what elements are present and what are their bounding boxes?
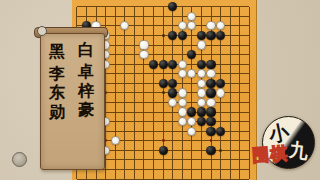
white-player-column: 白卓梓豪: [77, 40, 95, 119]
player-color-label: 白: [78, 40, 94, 59]
black-stone: [206, 31, 215, 40]
white-stone: [111, 136, 120, 145]
scroll-curl-icon: [12, 152, 27, 167]
white-stone: [178, 60, 187, 69]
player-name-char: 东: [49, 83, 65, 102]
white-stone: [187, 69, 196, 78]
black-stone: [216, 127, 225, 136]
black-stone: [206, 79, 215, 88]
logo-char-on-black: 九: [288, 137, 310, 165]
red-dot-marker: [162, 139, 165, 142]
black-stone: [197, 117, 206, 126]
player-name-char: 卓: [78, 62, 94, 81]
black-stone: [197, 107, 206, 116]
white-stone: [178, 21, 187, 30]
white-stone: [120, 21, 129, 30]
white-stone: [216, 88, 225, 97]
black-stone: [187, 50, 196, 59]
white-stone: [216, 21, 225, 30]
white-stone: [206, 69, 215, 78]
black-stone: [178, 31, 187, 40]
white-stone: [178, 98, 187, 107]
player-color-label: 黑: [49, 42, 65, 61]
black-stone: [206, 88, 215, 97]
player-name-char: 梓: [78, 81, 94, 100]
black-stone: [206, 127, 215, 136]
white-stone: [187, 127, 196, 136]
black-player-column: 黑李东勋: [48, 42, 66, 121]
white-stone: [187, 117, 196, 126]
black-stone: [168, 79, 177, 88]
grid-line-vertical: [191, 7, 192, 179]
white-stone: [197, 69, 206, 78]
black-stone: [168, 31, 177, 40]
white-stone: [139, 50, 148, 59]
white-stone: [178, 69, 187, 78]
black-stone: [149, 60, 158, 69]
white-stone: [206, 98, 215, 107]
black-stone: [159, 60, 168, 69]
black-stone: [197, 31, 206, 40]
black-stone: [216, 79, 225, 88]
star-point: [162, 34, 165, 37]
player-name-char: 豪: [78, 100, 94, 119]
red-dot-marker: [210, 139, 213, 142]
player-name-char: 勋: [49, 102, 65, 121]
white-stone: [197, 98, 206, 107]
grid-line-vertical: [249, 7, 250, 179]
black-stone: [168, 88, 177, 97]
grid-line-horizontal: [77, 179, 249, 180]
black-stone: [206, 146, 215, 155]
white-stone: [187, 12, 196, 21]
grid-line-vertical: [230, 7, 231, 179]
black-stone: [206, 107, 215, 116]
white-stone: [168, 98, 177, 107]
white-stone: [206, 21, 215, 30]
black-stone: [159, 79, 168, 88]
white-stone: [178, 88, 187, 97]
white-stone: [178, 117, 187, 126]
white-stone: [197, 88, 206, 97]
white-stone: [139, 40, 148, 49]
black-stone: [159, 146, 168, 155]
star-point: [219, 149, 222, 152]
white-stone: [197, 40, 206, 49]
white-stone: [178, 107, 187, 116]
player-name-char: 李: [49, 64, 65, 83]
logo-weiqi-text: 围棋: [251, 142, 289, 167]
black-stone: [187, 107, 196, 116]
black-stone: [206, 60, 215, 69]
black-stone: [168, 2, 177, 11]
grid-line-vertical: [239, 7, 240, 179]
black-stone: [197, 60, 206, 69]
black-stone: [168, 60, 177, 69]
go-thumbnail: 白卓梓豪 黑李东勋 小 九 围棋: [0, 0, 320, 180]
black-stone: [216, 31, 225, 40]
scroll-knob-icon: [37, 26, 47, 36]
black-stone: [206, 117, 215, 126]
white-stone: [187, 21, 196, 30]
white-stone: [197, 79, 206, 88]
